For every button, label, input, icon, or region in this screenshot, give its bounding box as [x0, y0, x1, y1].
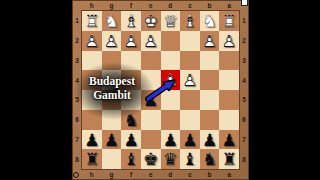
- square-d6[interactable]: [161, 110, 181, 130]
- square-f8[interactable]: ♝: [121, 149, 141, 169]
- square-d5[interactable]: [161, 90, 181, 110]
- black-rook[interactable]: ♜: [219, 149, 239, 169]
- square-c5[interactable]: [180, 90, 200, 110]
- black-pawn[interactable]: ♟: [121, 130, 141, 150]
- black-rook-icon: ♜: [82, 149, 102, 169]
- chess-board: hgfedcba hgfedcba 12345678 12345678 ♜♖♞♘…: [72, 0, 249, 180]
- white-bishop-outline-icon: ♗: [180, 11, 200, 31]
- file-label: f: [121, 169, 141, 180]
- square-c3[interactable]: [180, 51, 200, 71]
- black-king-icon: ♚: [141, 149, 161, 169]
- rank-label: 2: [239, 31, 249, 51]
- square-g1[interactable]: ♞♘: [102, 11, 122, 31]
- square-g7[interactable]: ♟: [102, 130, 122, 150]
- file-label: b: [200, 0, 220, 11]
- square-h2[interactable]: ♟♙: [82, 31, 102, 51]
- square-a6[interactable]: [219, 110, 239, 130]
- square-f2[interactable]: ♟♙: [121, 31, 141, 51]
- square-a5[interactable]: [219, 90, 239, 110]
- square-b3[interactable]: [200, 51, 220, 71]
- square-d2[interactable]: [161, 31, 181, 51]
- black-pawn[interactable]: ♟: [180, 130, 200, 150]
- file-label: e: [141, 169, 161, 180]
- square-h7[interactable]: ♟: [82, 130, 102, 150]
- white-knight-outline-icon: ♘: [102, 11, 122, 31]
- white-pawn[interactable]: ♟♙: [102, 31, 122, 51]
- square-d4[interactable]: ♟♙: [161, 70, 181, 90]
- square-c2[interactable]: [180, 31, 200, 51]
- black-king[interactable]: ♚: [141, 149, 161, 169]
- white-pawn[interactable]: ♟♙: [141, 31, 161, 51]
- file-label: d: [161, 169, 181, 180]
- square-f1[interactable]: ♝♗: [121, 11, 141, 31]
- video-frame: hgfedcba hgfedcba 12345678 12345678 ♜♖♞♘…: [0, 0, 320, 180]
- black-pawn-icon: ♟: [82, 130, 102, 150]
- black-pawn[interactable]: ♟: [102, 130, 122, 150]
- black-rook-icon: ♜: [219, 149, 239, 169]
- square-e8[interactable]: ♚: [141, 149, 161, 169]
- file-label: b: [200, 169, 220, 180]
- square-b4[interactable]: [200, 70, 220, 90]
- file-label: h: [82, 0, 102, 11]
- square-b6[interactable]: [200, 110, 220, 130]
- white-pawn-outline-icon: ♙: [141, 31, 161, 51]
- square-a3[interactable]: [219, 51, 239, 71]
- white-pawn-outline-icon: ♙: [102, 31, 122, 51]
- white-bishop[interactable]: ♝♗: [180, 11, 200, 31]
- rank-label: 2: [72, 31, 82, 51]
- rank-label: 8: [72, 149, 82, 169]
- black-pawn[interactable]: ♟: [219, 130, 239, 150]
- opening-name-label: Budapest Gambit: [80, 74, 144, 102]
- square-b5[interactable]: [200, 90, 220, 110]
- white-pawn[interactable]: ♟♙: [180, 70, 200, 90]
- white-pawn-outline-icon: ♙: [200, 31, 220, 51]
- white-pawn-outline-icon: ♙: [219, 31, 239, 51]
- rank-label: 4: [239, 70, 249, 90]
- file-label: d: [161, 0, 181, 11]
- white-queen[interactable]: ♛♕: [161, 11, 181, 31]
- opening-name-line1: Budapest: [80, 74, 144, 88]
- square-e1[interactable]: ♚♔: [141, 11, 161, 31]
- letterbox-right: [249, 0, 320, 180]
- square-d3[interactable]: [161, 51, 181, 71]
- square-c1[interactable]: ♝♗: [180, 11, 200, 31]
- rank-labels-right: 12345678: [239, 11, 249, 169]
- white-pawn[interactable]: ♟♙: [200, 31, 220, 51]
- square-d7[interactable]: ♟: [161, 130, 181, 150]
- white-pawn-outline-icon: ♙: [180, 70, 200, 90]
- square-g8[interactable]: [102, 149, 122, 169]
- file-label: c: [180, 0, 200, 11]
- file-labels-bottom: hgfedcba: [82, 169, 239, 180]
- black-queen[interactable]: ♛: [161, 149, 181, 169]
- black-pawn[interactable]: ♟: [161, 130, 181, 150]
- square-b8[interactable]: ♞: [200, 149, 220, 169]
- square-d8[interactable]: ♛: [161, 149, 181, 169]
- square-c7[interactable]: ♟: [180, 130, 200, 150]
- rank-label: 6: [239, 110, 249, 130]
- square-a2[interactable]: ♟♙: [219, 31, 239, 51]
- black-pawn-icon: ♟: [180, 130, 200, 150]
- black-bishop-icon: ♝: [180, 149, 200, 169]
- square-c4[interactable]: ♟♙: [180, 70, 200, 90]
- square-e2[interactable]: ♟♙: [141, 31, 161, 51]
- white-rook-outline-icon: ♖: [82, 11, 102, 31]
- file-label: f: [121, 0, 141, 11]
- black-knight-icon: ♞: [200, 149, 220, 169]
- file-label: a: [219, 0, 239, 11]
- white-pawn[interactable]: ♟♙: [161, 70, 181, 90]
- square-b1[interactable]: ♞♘: [200, 11, 220, 31]
- black-pawn[interactable]: ♟: [200, 130, 220, 150]
- square-e7[interactable]: [141, 130, 161, 150]
- file-label: a: [219, 169, 239, 180]
- square-a7[interactable]: ♟: [219, 130, 239, 150]
- black-pawn-icon: ♟: [121, 130, 141, 150]
- rank-label: 5: [239, 90, 249, 110]
- rank-label: 1: [239, 11, 249, 31]
- square-d1[interactable]: ♛♕: [161, 11, 181, 31]
- opening-name-line2: Gambit: [80, 88, 144, 102]
- black-bishop[interactable]: ♝: [180, 149, 200, 169]
- white-rook[interactable]: ♜♖: [219, 11, 239, 31]
- file-label: h: [82, 169, 102, 180]
- square-g2[interactable]: ♟♙: [102, 31, 122, 51]
- black-rook[interactable]: ♜: [82, 149, 102, 169]
- rank-label: 8: [239, 149, 249, 169]
- black-bishop[interactable]: ♝: [121, 149, 141, 169]
- white-knight[interactable]: ♞♘: [200, 11, 220, 31]
- file-label: g: [102, 0, 122, 11]
- white-pawn[interactable]: ♟♙: [121, 31, 141, 51]
- square-a4[interactable]: [219, 70, 239, 90]
- file-labels-top: hgfedcba: [82, 0, 239, 11]
- black-pawn-icon: ♟: [102, 130, 122, 150]
- black-pawn[interactable]: ♟: [82, 130, 102, 150]
- rank-label: 3: [239, 51, 249, 71]
- white-pawn-outline-icon: ♙: [121, 31, 141, 51]
- square-b7[interactable]: ♟: [200, 130, 220, 150]
- black-bishop-icon: ♝: [121, 149, 141, 169]
- square-a8[interactable]: ♜: [219, 149, 239, 169]
- white-king-outline-icon: ♔: [141, 11, 161, 31]
- white-pawn[interactable]: ♟♙: [82, 31, 102, 51]
- letterbox-left: [0, 0, 72, 180]
- white-bishop[interactable]: ♝♗: [121, 11, 141, 31]
- rank-label: 1: [72, 11, 82, 31]
- corner-marker-ring-icon: [73, 172, 79, 178]
- corner-marker-square-icon: [241, 0, 248, 6]
- file-label: c: [180, 169, 200, 180]
- rank-label: 7: [72, 130, 82, 150]
- square-h1[interactable]: ♜♖: [82, 11, 102, 31]
- black-pawn-icon: ♟: [161, 130, 181, 150]
- square-h8[interactable]: ♜: [82, 149, 102, 169]
- black-pawn-icon: ♟: [200, 130, 220, 150]
- square-b2[interactable]: ♟♙: [200, 31, 220, 51]
- file-label: e: [141, 0, 161, 11]
- white-bishop-outline-icon: ♗: [121, 11, 141, 31]
- white-pawn[interactable]: ♟♙: [219, 31, 239, 51]
- white-rook-outline-icon: ♖: [219, 11, 239, 31]
- white-knight[interactable]: ♞♘: [102, 11, 122, 31]
- square-f7[interactable]: ♟: [121, 130, 141, 150]
- white-rook[interactable]: ♜♖: [82, 11, 102, 31]
- white-pawn-outline-icon: ♙: [82, 31, 102, 51]
- white-king[interactable]: ♚♔: [141, 11, 161, 31]
- square-a1[interactable]: ♜♖: [219, 11, 239, 31]
- white-pawn-outline-icon: ♙: [161, 70, 181, 90]
- rank-label: 7: [239, 130, 249, 150]
- file-label: g: [102, 169, 122, 180]
- square-c6[interactable]: [180, 110, 200, 130]
- white-queen-outline-icon: ♕: [161, 11, 181, 31]
- white-knight-outline-icon: ♘: [200, 11, 220, 31]
- black-queen-icon: ♛: [161, 149, 181, 169]
- black-pawn-icon: ♟: [219, 130, 239, 150]
- square-c8[interactable]: ♝: [180, 149, 200, 169]
- black-knight[interactable]: ♞: [200, 149, 220, 169]
